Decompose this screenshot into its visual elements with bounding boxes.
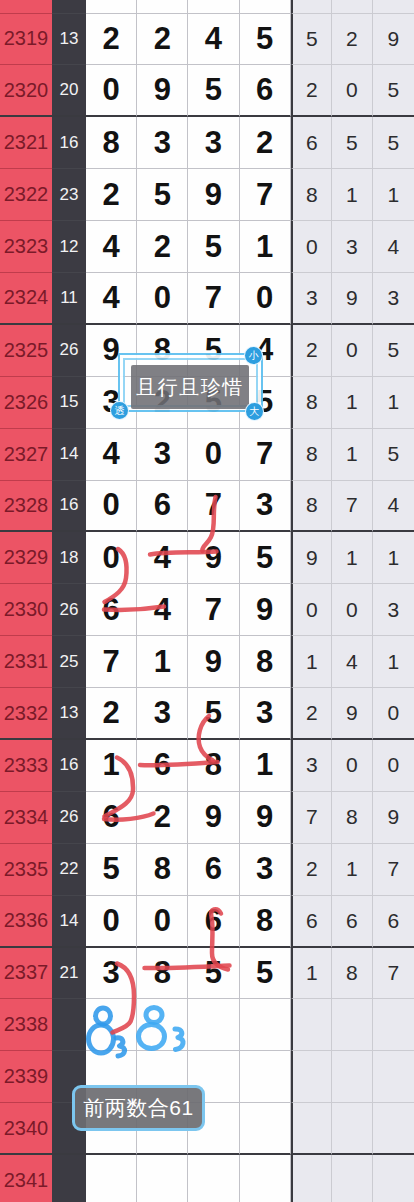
tail-digit-cell: 6 [291,117,332,169]
tail-digit-cell: 1 [373,169,414,221]
main-digit-cell: 6 [188,896,239,948]
tail-digit-cell: 1 [332,169,373,221]
tail-digit-cell: 7 [373,948,414,1000]
main-digit-cell: 1 [240,740,291,792]
tail-digit-cell: 1 [332,377,373,429]
tail-digit-cell: 6 [332,896,373,948]
tail-digit-cell: 2 [291,325,332,377]
period-cell: 2328 [0,481,52,533]
tail-digit-cell [291,1155,332,1202]
period-cell: 2338 [0,999,52,1051]
sum-cell: 13 [52,14,86,66]
tail-digit-cell: 0 [291,221,332,273]
main-digit-cell: 8 [188,740,239,792]
tail-digit-cell: 7 [373,844,414,896]
tail-digit-cell: 0 [373,688,414,740]
main-digit-cell: 4 [188,14,239,66]
tail-digit-cell: 8 [332,792,373,844]
tail-digit-cell: 0 [373,740,414,792]
tail-digit-cell: 8 [291,429,332,481]
tail-digit-cell: 1 [373,636,414,688]
sum-cell: 11 [52,273,86,325]
main-digit-cell: 3 [137,688,188,740]
tail-digit-cell: 2 [291,65,332,117]
sum-cell: 12 [52,221,86,273]
main-digit-cell: 5 [188,65,239,117]
sum-cell: 25 [52,636,86,688]
tail-digit-cell: 6 [373,896,414,948]
main-digit-cell: 9 [188,532,239,584]
tail-digit-cell: 1 [291,636,332,688]
main-digit-cell [240,1155,291,1202]
tail-digit-cell: 3 [291,273,332,325]
main-digit-cell: 4 [86,273,137,325]
main-digit-cell: 5 [240,14,291,66]
main-digit-cell: 4 [137,532,188,584]
sum-cell: 13 [52,688,86,740]
period-cell: 2335 [0,844,52,896]
main-digit-cell: 5 [188,221,239,273]
tail-digit-cell: 1 [332,429,373,481]
tail-digit-cell [291,0,332,14]
tail-digit-cell: 4 [332,636,373,688]
tail-digit-cell [373,1051,414,1103]
sum-cell [52,1155,86,1202]
main-digit-cell: 9 [188,792,239,844]
period-cell: 2326 [0,377,52,429]
tail-digit-cell: 5 [373,65,414,117]
main-digit-cell: 5 [188,948,239,1000]
period-cell: 2339 [0,1051,52,1103]
tail-digit-cell: 9 [373,14,414,66]
main-digit-cell: 8 [240,896,291,948]
sum-cell: 26 [52,325,86,377]
tail-digit-cell: 9 [332,273,373,325]
main-digit-cell [240,0,291,14]
main-digit-cell: 1 [137,636,188,688]
main-digit-cell [188,999,239,1051]
main-digit-cell [188,0,239,14]
tail-digit-cell: 9 [291,532,332,584]
tail-digit-cell: 0 [332,584,373,636]
period-cell: 2329 [0,532,52,584]
main-digit-cell: 6 [137,481,188,533]
tail-digit-cell: 3 [373,273,414,325]
tail-digit-cell: 5 [291,14,332,66]
tail-digit-cell: 2 [291,688,332,740]
main-digit-cell: 4 [86,221,137,273]
period-cell: 2334 [0,792,52,844]
tail-digit-cell: 1 [332,844,373,896]
sum-cell: 26 [52,792,86,844]
chart-grid: 2319132245529232020095620523211683326552… [0,0,414,1202]
main-digit-cell: 2 [137,14,188,66]
main-digit-cell: 0 [86,532,137,584]
sticker-opacity-handle[interactable]: 透 [110,401,129,420]
tail-digit-cell [373,0,414,14]
main-digit-cell: 8 [137,948,188,1000]
main-digit-cell: 7 [86,636,137,688]
main-digit-cell: 3 [137,429,188,481]
tail-digit-cell [332,1051,373,1103]
main-digit-cell: 4 [137,584,188,636]
tail-digit-cell: 4 [373,221,414,273]
period-cell: 2319 [0,14,52,66]
sum-cell: 14 [52,429,86,481]
main-digit-cell: 7 [240,429,291,481]
sticker-text[interactable]: 且行且珍惜 [131,365,249,409]
period-cell: 2341 [0,1155,52,1202]
tail-digit-cell: 2 [291,844,332,896]
tail-digit-cell [291,1103,332,1155]
tail-digit-cell [373,1103,414,1155]
main-digit-cell: 0 [240,273,291,325]
main-digit-cell [137,0,188,14]
main-digit-cell [86,0,137,14]
period-cell [0,0,52,14]
tail-digit-cell: 5 [373,429,414,481]
main-digit-cell: 9 [240,792,291,844]
main-digit-cell: 9 [188,169,239,221]
tail-digit-cell: 5 [373,117,414,169]
tail-digit-cell [373,999,414,1051]
main-digit-cell [137,999,188,1051]
main-digit-cell: 0 [86,481,137,533]
main-digit-cell: 9 [240,584,291,636]
tail-digit-cell: 3 [373,584,414,636]
main-digit-cell: 3 [240,688,291,740]
period-cell: 2324 [0,273,52,325]
main-digit-cell: 1 [240,221,291,273]
tail-digit-cell: 8 [291,481,332,533]
sticker-resize-big-handle[interactable]: 大 [245,402,264,421]
tail-digit-cell [332,1155,373,1202]
sum-cell: 14 [52,896,86,948]
period-cell: 2336 [0,896,52,948]
sticker-resize-small-handle[interactable]: 小 [244,346,263,365]
period-cell: 2333 [0,740,52,792]
tail-digit-cell: 0 [332,325,373,377]
tail-digit-cell: 8 [291,169,332,221]
sticker-selection-box[interactable]: 且行且珍惜 小 透 大 [118,353,263,412]
main-digit-cell: 4 [86,429,137,481]
sum-cell: 16 [52,740,86,792]
tail-digit-cell [332,1103,373,1155]
tail-digit-cell [291,999,332,1051]
main-digit-cell: 2 [86,688,137,740]
tail-digit-cell: 5 [332,117,373,169]
main-digit-cell: 7 [188,584,239,636]
main-digit-cell: 2 [86,169,137,221]
main-digit-cell: 5 [240,948,291,1000]
main-digit-cell: 2 [240,117,291,169]
main-digit-cell: 3 [86,948,137,1000]
sum-cell: 23 [52,169,86,221]
main-digit-cell: 8 [240,636,291,688]
main-digit-cell: 0 [137,896,188,948]
main-digit-cell: 8 [137,844,188,896]
main-digit-cell: 9 [137,65,188,117]
tail-digit-cell: 4 [373,481,414,533]
main-digit-cell: 6 [137,740,188,792]
tail-digit-cell: 7 [332,481,373,533]
tail-digit-cell: 9 [373,792,414,844]
main-digit-cell [240,999,291,1051]
main-digit-cell [86,999,137,1051]
sum-cell: 26 [52,584,86,636]
period-cell: 2322 [0,169,52,221]
main-digit-cell: 3 [137,117,188,169]
note-label[interactable]: 前两数合61 [72,1085,205,1131]
tail-digit-cell: 5 [373,325,414,377]
main-digit-cell: 6 [240,65,291,117]
sum-cell: 16 [52,481,86,533]
sum-cell: 20 [52,65,86,117]
tail-digit-cell: 9 [332,688,373,740]
tail-digit-cell: 1 [332,532,373,584]
main-digit-cell [188,1155,239,1202]
main-digit-cell: 2 [86,14,137,66]
period-cell: 2337 [0,948,52,1000]
period-cell: 2321 [0,117,52,169]
tail-digit-cell: 1 [291,948,332,1000]
sum-cell [52,999,86,1051]
period-cell: 2320 [0,65,52,117]
main-digit-cell [240,1051,291,1103]
main-digit-cell: 6 [188,844,239,896]
tail-digit-cell: 0 [332,65,373,117]
period-cell: 2323 [0,221,52,273]
main-digit-cell: 5 [240,532,291,584]
tail-digit-cell [373,1155,414,1202]
tail-digit-cell: 8 [291,377,332,429]
main-digit-cell: 0 [188,429,239,481]
main-digit-cell: 3 [188,117,239,169]
main-digit-cell: 1 [86,740,137,792]
main-digit-cell: 7 [188,481,239,533]
main-digit-cell: 0 [137,273,188,325]
main-digit-cell: 7 [240,169,291,221]
tail-digit-cell: 0 [332,740,373,792]
sum-cell: 15 [52,377,86,429]
tail-digit-cell: 2 [332,14,373,66]
period-cell: 2332 [0,688,52,740]
period-cell: 2327 [0,429,52,481]
tail-digit-cell [332,999,373,1051]
main-digit-cell: 5 [86,844,137,896]
main-digit-cell: 2 [137,792,188,844]
main-digit-cell: 5 [188,688,239,740]
tail-digit-cell: 7 [291,792,332,844]
sum-cell: 18 [52,532,86,584]
main-digit-cell: 2 [137,221,188,273]
lottery-trend-chart-screen: 2319132245529232020095620523211683326552… [0,0,414,1202]
main-digit-cell: 8 [86,117,137,169]
main-digit-cell: 0 [86,65,137,117]
main-digit-cell [240,1103,291,1155]
period-cell: 2340 [0,1103,52,1155]
tail-digit-cell: 8 [332,948,373,1000]
tail-digit-cell: 1 [373,532,414,584]
period-cell: 2330 [0,584,52,636]
sum-cell [52,0,86,14]
tail-digit-cell: 0 [291,584,332,636]
sum-cell: 22 [52,844,86,896]
period-cell: 2331 [0,636,52,688]
tail-digit-cell: 6 [291,896,332,948]
main-digit-cell: 7 [188,273,239,325]
tail-digit-cell: 1 [373,377,414,429]
tail-digit-cell: 3 [291,740,332,792]
main-digit-cell: 6 [86,584,137,636]
main-digit-cell [137,1155,188,1202]
sum-cell: 16 [52,117,86,169]
tail-digit-cell [291,1051,332,1103]
tail-digit-cell: 3 [332,221,373,273]
main-digit-cell: 6 [86,792,137,844]
main-digit-cell: 0 [86,896,137,948]
main-digit-cell: 9 [188,636,239,688]
main-digit-cell [86,1155,137,1202]
main-digit-cell: 5 [137,169,188,221]
tail-digit-cell [332,0,373,14]
main-digit-cell: 3 [240,481,291,533]
main-digit-cell: 3 [240,844,291,896]
sum-cell: 21 [52,948,86,1000]
period-cell: 2325 [0,325,52,377]
